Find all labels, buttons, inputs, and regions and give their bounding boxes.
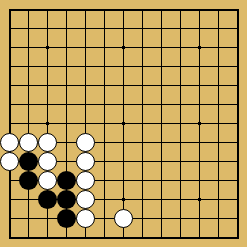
board-point[interactable]: [19, 0, 38, 19]
board-point[interactable]: [209, 57, 228, 76]
board-point[interactable]: [228, 76, 247, 95]
board-point[interactable]: [95, 57, 114, 76]
board-point[interactable]: [0, 133, 19, 152]
board-point[interactable]: [38, 38, 57, 57]
board-point[interactable]: [190, 171, 209, 190]
board-point[interactable]: [209, 171, 228, 190]
board-point[interactable]: [57, 152, 76, 171]
black-stone: [19, 171, 38, 190]
board-point[interactable]: [76, 76, 95, 95]
board-point[interactable]: [133, 38, 152, 57]
board-point[interactable]: [57, 114, 76, 133]
board-point[interactable]: [19, 152, 38, 171]
white-stone: [19, 133, 38, 152]
board-point[interactable]: [114, 114, 133, 133]
board-point[interactable]: [95, 95, 114, 114]
board-point[interactable]: [57, 38, 76, 57]
board-point[interactable]: [228, 95, 247, 114]
board-point[interactable]: [0, 57, 19, 76]
board-point[interactable]: [0, 38, 19, 57]
board-point[interactable]: [19, 190, 38, 209]
board-point[interactable]: [114, 171, 133, 190]
board-point[interactable]: [190, 133, 209, 152]
board-point[interactable]: [38, 209, 57, 228]
board-point[interactable]: [38, 95, 57, 114]
board-point[interactable]: [57, 0, 76, 19]
board-point[interactable]: [57, 209, 76, 228]
board-point[interactable]: [209, 38, 228, 57]
board-point[interactable]: [228, 133, 247, 152]
board-point[interactable]: [57, 95, 76, 114]
board-point[interactable]: [95, 228, 114, 247]
board-point[interactable]: [171, 95, 190, 114]
board-point[interactable]: [171, 209, 190, 228]
board-point[interactable]: [133, 95, 152, 114]
board-point[interactable]: [114, 38, 133, 57]
board-point[interactable]: [95, 133, 114, 152]
board-point[interactable]: [152, 152, 171, 171]
board-point[interactable]: [57, 76, 76, 95]
board-point[interactable]: [38, 0, 57, 19]
board-point[interactable]: [0, 190, 19, 209]
board-point[interactable]: [209, 114, 228, 133]
white-stone: [76, 190, 95, 209]
board-point[interactable]: [76, 171, 95, 190]
board-point[interactable]: [19, 95, 38, 114]
board-point[interactable]: [171, 190, 190, 209]
white-stone: [76, 171, 95, 190]
black-stone: [38, 190, 57, 209]
board-point[interactable]: [133, 190, 152, 209]
board-point[interactable]: [0, 228, 19, 247]
board-point[interactable]: [190, 190, 209, 209]
black-stone: [57, 190, 76, 209]
board-point[interactable]: [171, 19, 190, 38]
board-point[interactable]: [76, 114, 95, 133]
board-point[interactable]: [38, 114, 57, 133]
board-point[interactable]: [209, 152, 228, 171]
board-point[interactable]: [133, 76, 152, 95]
board-point[interactable]: [209, 0, 228, 19]
board-point[interactable]: [38, 57, 57, 76]
board-point[interactable]: [38, 152, 57, 171]
board-point[interactable]: [19, 209, 38, 228]
board-point[interactable]: [38, 133, 57, 152]
white-stone: [76, 152, 95, 171]
board-point[interactable]: [38, 76, 57, 95]
board-point[interactable]: [171, 114, 190, 133]
board-point[interactable]: [152, 190, 171, 209]
board-point[interactable]: [76, 57, 95, 76]
board-point[interactable]: [19, 114, 38, 133]
board-point[interactable]: [171, 228, 190, 247]
board-point[interactable]: [190, 228, 209, 247]
board-point[interactable]: [57, 19, 76, 38]
white-stone: [76, 209, 95, 228]
board-point[interactable]: [76, 0, 95, 19]
board-point[interactable]: [152, 209, 171, 228]
board-point[interactable]: [152, 114, 171, 133]
board-point[interactable]: [209, 95, 228, 114]
board-point[interactable]: [114, 95, 133, 114]
board-point[interactable]: [0, 209, 19, 228]
board-point[interactable]: [133, 209, 152, 228]
board-point[interactable]: [114, 19, 133, 38]
board-point[interactable]: [190, 152, 209, 171]
black-stone: [57, 171, 76, 190]
board-point[interactable]: [190, 57, 209, 76]
board-point[interactable]: [228, 19, 247, 38]
board-point[interactable]: [171, 171, 190, 190]
board-point[interactable]: [152, 38, 171, 57]
board-point[interactable]: [209, 209, 228, 228]
board-point[interactable]: [19, 133, 38, 152]
board-point[interactable]: [190, 95, 209, 114]
board-point[interactable]: [133, 19, 152, 38]
board-point[interactable]: [190, 209, 209, 228]
board-point[interactable]: [0, 171, 19, 190]
white-stone: [76, 133, 95, 152]
board-point[interactable]: [209, 190, 228, 209]
board-point[interactable]: [114, 0, 133, 19]
board-point[interactable]: [0, 152, 19, 171]
board-point[interactable]: [19, 38, 38, 57]
board-point[interactable]: [76, 19, 95, 38]
board-point[interactable]: [228, 0, 247, 19]
board-point[interactable]: [114, 228, 133, 247]
board-point[interactable]: [95, 19, 114, 38]
board-point[interactable]: [0, 95, 19, 114]
white-stone: [38, 152, 57, 171]
board-point[interactable]: [133, 114, 152, 133]
board-point[interactable]: [57, 190, 76, 209]
board-point[interactable]: [171, 76, 190, 95]
board-point[interactable]: [0, 114, 19, 133]
board-point[interactable]: [228, 209, 247, 228]
board-point[interactable]: [114, 57, 133, 76]
board-point[interactable]: [133, 133, 152, 152]
white-stone: [0, 152, 19, 171]
board-point[interactable]: [57, 133, 76, 152]
board-point[interactable]: [114, 190, 133, 209]
board-point[interactable]: [228, 228, 247, 247]
board-point[interactable]: [152, 228, 171, 247]
board-point[interactable]: [228, 152, 247, 171]
board-point[interactable]: [38, 190, 57, 209]
board-point[interactable]: [114, 209, 133, 228]
board-point[interactable]: [76, 95, 95, 114]
board-point[interactable]: [171, 0, 190, 19]
board-point[interactable]: [95, 209, 114, 228]
board-point[interactable]: [152, 57, 171, 76]
board-point[interactable]: [0, 76, 19, 95]
board-point[interactable]: [190, 38, 209, 57]
board-point[interactable]: [95, 171, 114, 190]
board-point[interactable]: [57, 57, 76, 76]
board-point[interactable]: [57, 228, 76, 247]
board-point[interactable]: [38, 228, 57, 247]
board-point[interactable]: [95, 76, 114, 95]
board-point[interactable]: [171, 133, 190, 152]
white-stone: [38, 171, 57, 190]
black-stone: [19, 152, 38, 171]
board-point[interactable]: [95, 0, 114, 19]
board-point[interactable]: [19, 57, 38, 76]
board-point[interactable]: [228, 57, 247, 76]
board-point[interactable]: [19, 228, 38, 247]
board-point[interactable]: [76, 190, 95, 209]
board-point[interactable]: [209, 19, 228, 38]
board-point[interactable]: [152, 171, 171, 190]
board-point[interactable]: [95, 114, 114, 133]
board-point[interactable]: [228, 190, 247, 209]
board-point[interactable]: [19, 171, 38, 190]
board-point[interactable]: [114, 76, 133, 95]
board-point[interactable]: [95, 190, 114, 209]
board-point[interactable]: [95, 152, 114, 171]
board-point[interactable]: [19, 19, 38, 38]
white-stone: [38, 133, 57, 152]
board-point[interactable]: [76, 38, 95, 57]
board-point[interactable]: [133, 57, 152, 76]
board-point[interactable]: [190, 19, 209, 38]
board-point[interactable]: [133, 152, 152, 171]
board-point[interactable]: [152, 0, 171, 19]
board-point[interactable]: [0, 0, 19, 19]
board-point[interactable]: [76, 152, 95, 171]
board-point[interactable]: [152, 19, 171, 38]
board-point[interactable]: [228, 171, 247, 190]
white-stone: [0, 133, 19, 152]
board-point[interactable]: [38, 19, 57, 38]
board-point[interactable]: [133, 228, 152, 247]
board-point[interactable]: [76, 209, 95, 228]
board-point[interactable]: [209, 76, 228, 95]
board-point[interactable]: [57, 171, 76, 190]
go-board-diagram: [0, 0, 247, 247]
board-point[interactable]: [114, 133, 133, 152]
board-point[interactable]: [190, 0, 209, 19]
black-stone: [57, 209, 76, 228]
board-point[interactable]: [171, 38, 190, 57]
board-point[interactable]: [171, 57, 190, 76]
board-point[interactable]: [209, 133, 228, 152]
board-point[interactable]: [114, 152, 133, 171]
board-point[interactable]: [76, 133, 95, 152]
board-point[interactable]: [38, 171, 57, 190]
white-stone: [114, 209, 133, 228]
board-point[interactable]: [190, 114, 209, 133]
board-point[interactable]: [152, 76, 171, 95]
board-point[interactable]: [228, 114, 247, 133]
board-point[interactable]: [209, 228, 228, 247]
board-point[interactable]: [228, 38, 247, 57]
board-point[interactable]: [171, 152, 190, 171]
board-point[interactable]: [0, 19, 19, 38]
board-point[interactable]: [133, 0, 152, 19]
board-grid: [0, 0, 247, 247]
board-point[interactable]: [95, 38, 114, 57]
board-point[interactable]: [19, 76, 38, 95]
board-point[interactable]: [152, 95, 171, 114]
board-point[interactable]: [152, 133, 171, 152]
board-point[interactable]: [76, 228, 95, 247]
board-point[interactable]: [190, 76, 209, 95]
board-point[interactable]: [133, 171, 152, 190]
